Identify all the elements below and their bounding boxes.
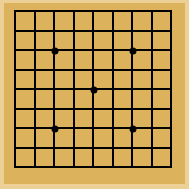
grid-cell	[94, 149, 114, 169]
grid-cell	[94, 71, 114, 91]
grid-cell	[36, 71, 56, 91]
board-surface	[4, 3, 185, 184]
grid-cell	[36, 110, 56, 130]
grid-cell	[75, 129, 95, 149]
grid-cell	[75, 110, 95, 130]
grid-cell	[94, 12, 114, 32]
grid-cell	[133, 129, 153, 149]
grid-cell	[36, 12, 56, 32]
grid-cell	[94, 32, 114, 52]
grid-cell	[153, 149, 173, 169]
grid-cell	[153, 12, 173, 32]
grid-cell	[16, 71, 36, 91]
grid-cell	[55, 90, 75, 110]
grid-cell	[133, 149, 153, 169]
grid-cell	[133, 71, 153, 91]
grid-cell	[55, 110, 75, 130]
grid-cell	[55, 12, 75, 32]
grid-cell	[94, 129, 114, 149]
grid-cell	[153, 51, 173, 71]
grid-cell	[114, 71, 134, 91]
grid-cell	[75, 12, 95, 32]
go-board	[0, 0, 189, 189]
grid-cell	[94, 110, 114, 130]
grid-cell	[94, 90, 114, 110]
grid-cell	[133, 51, 153, 71]
grid-cell	[55, 71, 75, 91]
grid-cell	[16, 32, 36, 52]
grid-cell	[36, 90, 56, 110]
grid-cell	[16, 129, 36, 149]
grid-cell	[153, 129, 173, 149]
grid-cell	[55, 149, 75, 169]
grid-cell	[36, 32, 56, 52]
grid-cell	[75, 149, 95, 169]
grid-cell	[55, 32, 75, 52]
grid-cell	[114, 12, 134, 32]
grid-cell	[133, 12, 153, 32]
grid-cell	[16, 149, 36, 169]
grid-cell	[153, 90, 173, 110]
grid-cell	[114, 110, 134, 130]
grid-cell	[94, 51, 114, 71]
grid-cell	[75, 90, 95, 110]
grid-cell	[153, 32, 173, 52]
grid-cell	[114, 149, 134, 169]
grid-cell	[114, 90, 134, 110]
grid-cell	[114, 32, 134, 52]
grid-cell	[16, 51, 36, 71]
grid-cell	[153, 110, 173, 130]
grid-cell	[133, 32, 153, 52]
grid-cell	[55, 51, 75, 71]
grid-cell	[16, 12, 36, 32]
grid-cell	[36, 149, 56, 169]
grid-cell	[114, 129, 134, 149]
grid-cell	[16, 90, 36, 110]
grid-cell	[133, 90, 153, 110]
grid-cell	[36, 51, 56, 71]
grid-cell	[75, 71, 95, 91]
grid-cell	[36, 129, 56, 149]
grid-cell	[114, 51, 134, 71]
grid-cell	[75, 51, 95, 71]
grid-cell	[75, 32, 95, 52]
grid-cell	[153, 71, 173, 91]
grid-cell	[16, 110, 36, 130]
grid-cell	[55, 129, 75, 149]
board-grid	[14, 10, 172, 168]
grid-cell	[133, 110, 153, 130]
